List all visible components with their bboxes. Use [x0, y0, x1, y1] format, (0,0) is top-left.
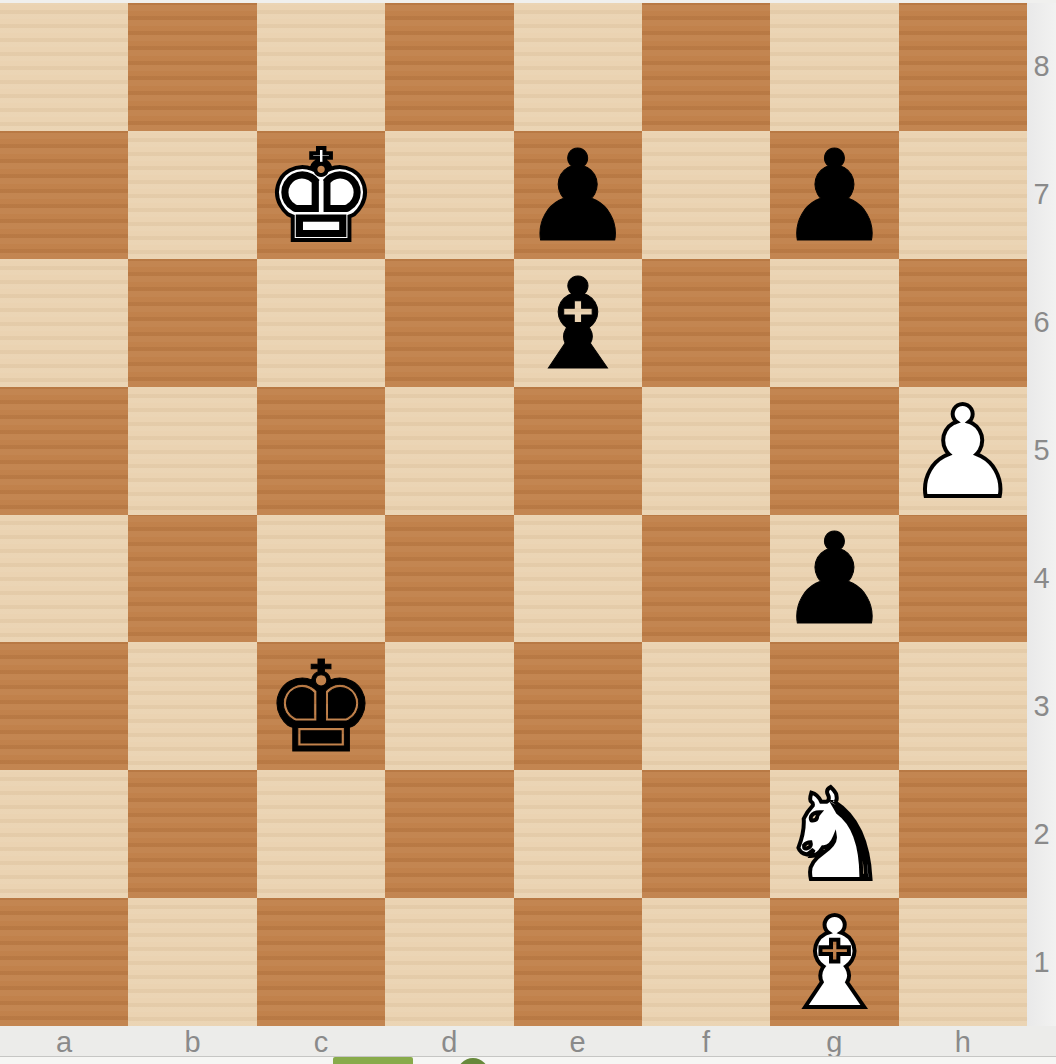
- square-f2[interactable]: [642, 770, 770, 898]
- rank-label-2: 2: [1027, 770, 1056, 898]
- rank-label-6: 6: [1027, 259, 1056, 387]
- chess-board[interactable]: ♚♟♟♝♟♟♚♞♝: [0, 3, 1027, 1026]
- square-b8[interactable]: [128, 3, 256, 131]
- square-e7[interactable]: ♟: [514, 131, 642, 259]
- square-f5[interactable]: [642, 387, 770, 515]
- square-d2[interactable]: [385, 770, 513, 898]
- rank-label-8: 8: [1027, 3, 1056, 131]
- square-g6[interactable]: [770, 259, 898, 387]
- square-h5[interactable]: ♟: [899, 387, 1027, 515]
- square-h3[interactable]: [899, 642, 1027, 770]
- piece-black-pawn-e7[interactable]: ♟: [521, 134, 634, 259]
- square-g5[interactable]: [770, 387, 898, 515]
- piece-white-knight-g2[interactable]: ♞: [778, 773, 891, 898]
- file-label-d: d: [385, 1026, 513, 1059]
- file-labels-strip: abcdefgh: [0, 1026, 1056, 1056]
- square-e3[interactable]: [514, 642, 642, 770]
- file-label-e: e: [514, 1026, 642, 1059]
- square-d3[interactable]: [385, 642, 513, 770]
- square-a8[interactable]: [0, 3, 128, 131]
- square-a3[interactable]: [0, 642, 128, 770]
- square-h4[interactable]: [899, 515, 1027, 643]
- rank-label-3: 3: [1027, 642, 1056, 770]
- square-d8[interactable]: [385, 3, 513, 131]
- square-e5[interactable]: [514, 387, 642, 515]
- piece-black-bishop-e6[interactable]: ♝: [521, 262, 634, 387]
- square-f3[interactable]: [642, 642, 770, 770]
- piece-white-king-c7[interactable]: ♚: [264, 134, 377, 259]
- square-e6[interactable]: ♝: [514, 259, 642, 387]
- square-d4[interactable]: [385, 515, 513, 643]
- square-e1[interactable]: [514, 898, 642, 1026]
- square-g2[interactable]: ♞: [770, 770, 898, 898]
- square-c4[interactable]: [257, 515, 385, 643]
- file-label-f: f: [642, 1026, 770, 1059]
- square-d1[interactable]: [385, 898, 513, 1026]
- rank-label-4: 4: [1027, 515, 1056, 643]
- file-labels: abcdefgh: [0, 1026, 1027, 1056]
- square-f7[interactable]: [642, 131, 770, 259]
- square-b2[interactable]: [128, 770, 256, 898]
- rank-label-7: 7: [1027, 131, 1056, 259]
- square-h6[interactable]: [899, 259, 1027, 387]
- square-b5[interactable]: [128, 387, 256, 515]
- square-h7[interactable]: [899, 131, 1027, 259]
- rank-labels: 87654321: [1027, 3, 1056, 1026]
- piece-white-pawn-h5[interactable]: ♟: [906, 390, 1019, 515]
- file-label-h: h: [899, 1026, 1027, 1059]
- square-d6[interactable]: [385, 259, 513, 387]
- bottom-panel-partial: [0, 1057, 1056, 1064]
- square-c2[interactable]: [257, 770, 385, 898]
- piece-black-pawn-g7[interactable]: ♟: [778, 134, 891, 259]
- file-label-c: c: [257, 1026, 385, 1059]
- square-c7[interactable]: ♚: [257, 131, 385, 259]
- square-c8[interactable]: [257, 3, 385, 131]
- square-g7[interactable]: ♟: [770, 131, 898, 259]
- square-a5[interactable]: [0, 387, 128, 515]
- piece-white-bishop-g1[interactable]: ♝: [778, 901, 891, 1026]
- rank-label-5: 5: [1027, 387, 1056, 515]
- square-c3[interactable]: ♚: [257, 642, 385, 770]
- square-b1[interactable]: [128, 898, 256, 1026]
- rank-label-1: 1: [1027, 898, 1056, 1026]
- square-f6[interactable]: [642, 259, 770, 387]
- piece-black-king-c3[interactable]: ♚: [264, 645, 377, 770]
- square-b4[interactable]: [128, 515, 256, 643]
- square-a1[interactable]: [0, 898, 128, 1026]
- piece-black-pawn-g4[interactable]: ♟: [778, 517, 891, 642]
- square-g1[interactable]: ♝: [770, 898, 898, 1026]
- square-e8[interactable]: [514, 3, 642, 131]
- square-f8[interactable]: [642, 3, 770, 131]
- square-e4[interactable]: [514, 515, 642, 643]
- square-d5[interactable]: [385, 387, 513, 515]
- square-d7[interactable]: [385, 131, 513, 259]
- file-label-g: g: [770, 1026, 898, 1059]
- square-g3[interactable]: [770, 642, 898, 770]
- square-b3[interactable]: [128, 642, 256, 770]
- square-c6[interactable]: [257, 259, 385, 387]
- square-f1[interactable]: [642, 898, 770, 1026]
- square-b6[interactable]: [128, 259, 256, 387]
- green-progress-bar-partial[interactable]: [333, 1057, 413, 1064]
- square-a7[interactable]: [0, 131, 128, 259]
- square-h1[interactable]: [899, 898, 1027, 1026]
- file-label-b: b: [128, 1026, 256, 1059]
- square-a6[interactable]: [0, 259, 128, 387]
- square-c5[interactable]: [257, 387, 385, 515]
- square-b7[interactable]: [128, 131, 256, 259]
- square-g4[interactable]: ♟: [770, 515, 898, 643]
- square-a4[interactable]: [0, 515, 128, 643]
- square-h8[interactable]: [899, 3, 1027, 131]
- file-label-a: a: [0, 1026, 128, 1059]
- square-f4[interactable]: [642, 515, 770, 643]
- chess-app-window: ♚♟♟♝♟♟♚♞♝ 87654321 abcdefgh: [0, 0, 1056, 1064]
- square-e2[interactable]: [514, 770, 642, 898]
- square-c1[interactable]: [257, 898, 385, 1026]
- square-h2[interactable]: [899, 770, 1027, 898]
- square-a2[interactable]: [0, 770, 128, 898]
- square-g8[interactable]: [770, 3, 898, 131]
